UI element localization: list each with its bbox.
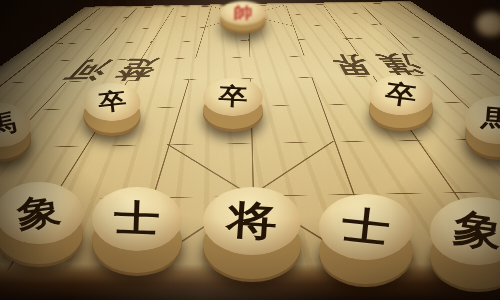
piece-char: 卒 [383,76,418,114]
piece-black-elephant-left[interactable]: 象 [0,182,83,244]
piece-char: 士 [339,199,392,255]
piece-char: 将 [225,193,279,250]
xiangqi-photo-scene: 楚 河 漢 界 帥卒卒卒馬馬象士将士象 [0,0,500,300]
piece-char: 卒 [96,85,127,118]
piece-char: 象 [14,187,64,240]
piece-black-soldier-right[interactable]: 卒 [369,75,433,115]
piece-char: 馬 [0,106,19,144]
piece-black-advisor-right[interactable]: 士 [319,194,413,260]
piece-char: 帥 [234,3,253,24]
pieces-layer: 帥卒卒卒馬馬象士将士象 [0,0,500,300]
piece-black-general[interactable]: 将 [203,187,301,255]
piece-black-soldier-left[interactable]: 卒 [84,83,141,121]
piece-char: 士 [113,193,161,244]
piece-black-soldier-center[interactable]: 卒 [203,78,263,116]
piece-black-horse-right[interactable]: 馬 [465,96,500,144]
piece-char: 象 [450,201,500,260]
piece-char: 馬 [480,101,500,140]
piece-char: 卒 [218,80,249,113]
piece-black-elephant-right[interactable]: 象 [430,197,500,265]
piece-black-advisor-left[interactable]: 士 [92,187,182,251]
piece-black-horse-left[interactable]: 馬 [0,103,31,147]
piece-red-general[interactable]: 帥 [220,1,266,25]
